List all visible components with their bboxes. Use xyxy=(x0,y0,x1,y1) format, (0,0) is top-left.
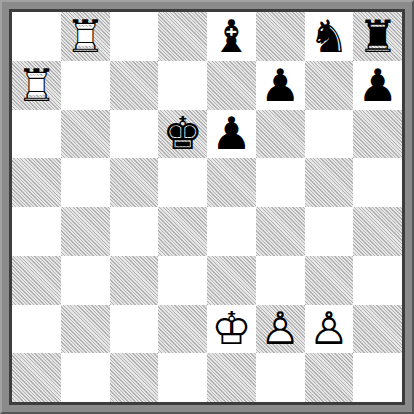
square-d4[interactable] xyxy=(158,207,207,256)
square-f5[interactable] xyxy=(256,158,305,207)
square-f8[interactable] xyxy=(256,12,305,61)
square-e4[interactable] xyxy=(207,207,256,256)
square-h1[interactable] xyxy=(353,353,402,402)
square-g1[interactable] xyxy=(305,353,354,402)
square-a8[interactable] xyxy=(12,12,61,61)
square-f6[interactable] xyxy=(256,110,305,159)
piece-glyph: ♙ xyxy=(309,305,349,354)
square-c7[interactable] xyxy=(110,61,159,110)
square-e3[interactable] xyxy=(207,256,256,305)
square-d7[interactable] xyxy=(158,61,207,110)
piece-glyph: ♚ xyxy=(162,110,202,159)
square-d6[interactable]: ♚ xyxy=(158,110,207,159)
square-b4[interactable] xyxy=(61,207,110,256)
square-g5[interactable] xyxy=(305,158,354,207)
piece-white-rook[interactable]: ♜♖ xyxy=(65,14,105,59)
square-g2[interactable]: ♟♙ xyxy=(305,305,354,354)
square-a2[interactable] xyxy=(12,305,61,354)
square-f4[interactable] xyxy=(256,207,305,256)
piece-white-pawn[interactable]: ♟♙ xyxy=(260,306,300,351)
piece-glyph: ♟ xyxy=(211,110,251,159)
square-c5[interactable] xyxy=(110,158,159,207)
chess-board-frame: ♜♖♝♞♜♜♖♟♟♚♟♚♔♟♙♟♙ xyxy=(0,0,414,414)
square-e5[interactable] xyxy=(207,158,256,207)
square-d5[interactable] xyxy=(158,158,207,207)
square-g7[interactable] xyxy=(305,61,354,110)
piece-glyph: ♟ xyxy=(357,61,397,110)
square-h7[interactable]: ♟ xyxy=(353,61,402,110)
square-g4[interactable] xyxy=(305,207,354,256)
square-a3[interactable] xyxy=(12,256,61,305)
square-f3[interactable] xyxy=(256,256,305,305)
square-e6[interactable]: ♟ xyxy=(207,110,256,159)
square-c4[interactable] xyxy=(110,207,159,256)
piece-glyph: ♔ xyxy=(211,305,251,354)
square-e1[interactable] xyxy=(207,353,256,402)
square-h5[interactable] xyxy=(353,158,402,207)
square-h6[interactable] xyxy=(353,110,402,159)
square-f1[interactable] xyxy=(256,353,305,402)
square-f2[interactable]: ♟♙ xyxy=(256,305,305,354)
chess-board: ♜♖♝♞♜♜♖♟♟♚♟♚♔♟♙♟♙ xyxy=(9,9,405,405)
square-g3[interactable] xyxy=(305,256,354,305)
piece-glyph: ♞ xyxy=(309,12,349,61)
square-b7[interactable] xyxy=(61,61,110,110)
piece-white-king[interactable]: ♚♔ xyxy=(211,306,251,351)
square-b3[interactable] xyxy=(61,256,110,305)
piece-black-king[interactable]: ♚ xyxy=(162,111,202,156)
square-e8[interactable]: ♝ xyxy=(207,12,256,61)
square-c3[interactable] xyxy=(110,256,159,305)
square-h8[interactable]: ♜ xyxy=(353,12,402,61)
piece-black-pawn[interactable]: ♟ xyxy=(357,63,397,108)
square-h4[interactable] xyxy=(353,207,402,256)
piece-black-pawn[interactable]: ♟ xyxy=(211,111,251,156)
piece-black-knight[interactable]: ♞ xyxy=(309,14,349,59)
square-b6[interactable] xyxy=(61,110,110,159)
square-f7[interactable]: ♟ xyxy=(256,61,305,110)
square-a5[interactable] xyxy=(12,158,61,207)
square-h2[interactable] xyxy=(353,305,402,354)
square-d3[interactable] xyxy=(158,256,207,305)
square-h3[interactable] xyxy=(353,256,402,305)
square-b5[interactable] xyxy=(61,158,110,207)
square-b8[interactable]: ♜♖ xyxy=(61,12,110,61)
square-c1[interactable] xyxy=(110,353,159,402)
piece-black-bishop[interactable]: ♝ xyxy=(211,14,251,59)
square-e2[interactable]: ♚♔ xyxy=(207,305,256,354)
piece-glyph: ♝ xyxy=(211,12,251,61)
square-a4[interactable] xyxy=(12,207,61,256)
piece-glyph: ♟ xyxy=(260,61,300,110)
square-d2[interactable] xyxy=(158,305,207,354)
square-d1[interactable] xyxy=(158,353,207,402)
piece-white-pawn[interactable]: ♟♙ xyxy=(309,306,349,351)
square-g8[interactable]: ♞ xyxy=(305,12,354,61)
square-c6[interactable] xyxy=(110,110,159,159)
piece-black-rook[interactable]: ♜ xyxy=(357,14,397,59)
piece-glyph: ♙ xyxy=(260,305,300,354)
piece-white-rook[interactable]: ♜♖ xyxy=(16,63,56,108)
square-c2[interactable] xyxy=(110,305,159,354)
square-e7[interactable] xyxy=(207,61,256,110)
piece-black-pawn[interactable]: ♟ xyxy=(260,63,300,108)
square-a1[interactable] xyxy=(12,353,61,402)
piece-glyph: ♜ xyxy=(357,12,397,61)
piece-glyph: ♖ xyxy=(65,12,105,61)
square-a6[interactable] xyxy=(12,110,61,159)
square-b2[interactable] xyxy=(61,305,110,354)
square-a7[interactable]: ♜♖ xyxy=(12,61,61,110)
square-d8[interactable] xyxy=(158,12,207,61)
square-b1[interactable] xyxy=(61,353,110,402)
square-c8[interactable] xyxy=(110,12,159,61)
square-g6[interactable] xyxy=(305,110,354,159)
piece-glyph: ♖ xyxy=(16,61,56,110)
